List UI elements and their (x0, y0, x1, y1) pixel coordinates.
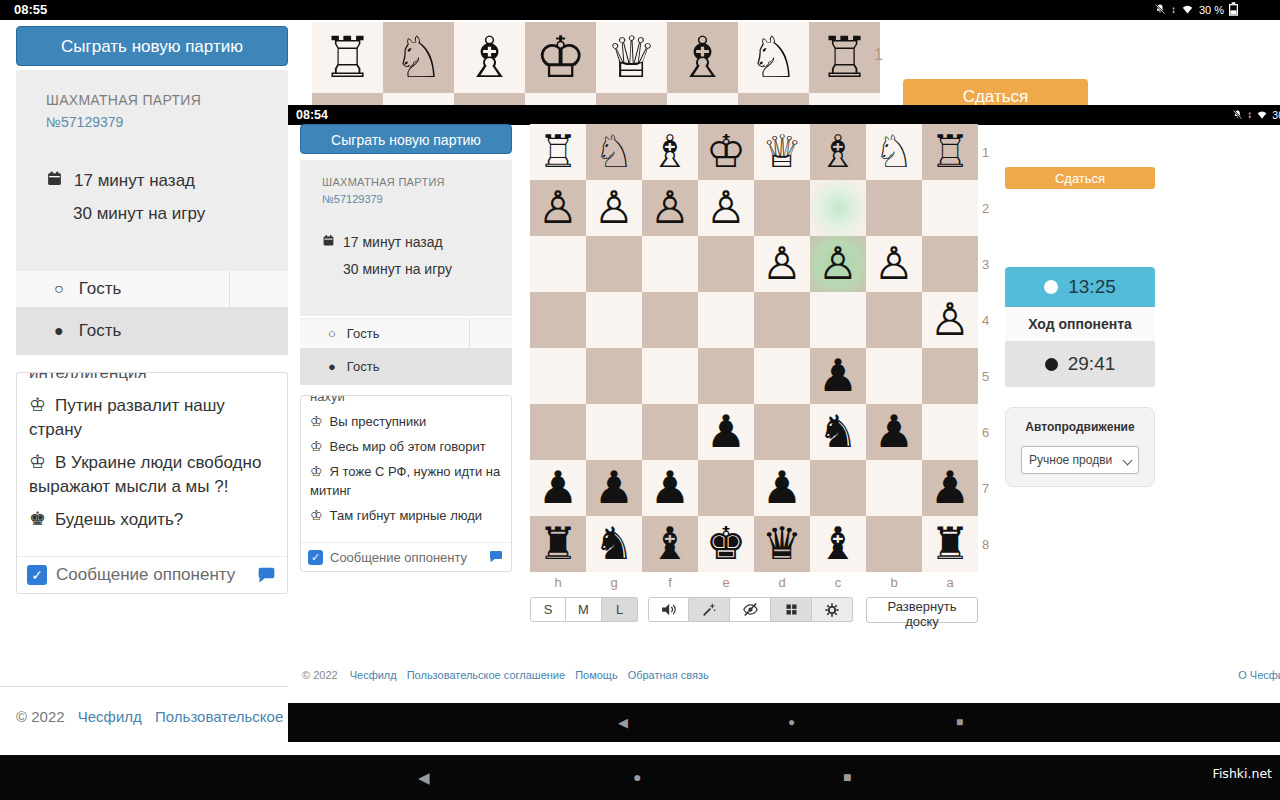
game-info-panel: ШАХМАТНАЯ ПАРТИЯ №57129379 17 минут наза… (16, 70, 288, 270)
piece-a4: ♙ (922, 292, 978, 348)
player-row-black: ● Гость (300, 348, 512, 385)
outer-sliver-square-h2[interactable] (312, 93, 383, 105)
piece-c6: ♞ (810, 404, 866, 460)
white-king-icon: ♔ (310, 413, 323, 429)
white-clock-active: 13:25 (1005, 267, 1155, 307)
square-g4[interactable] (586, 292, 642, 348)
piece-h8: ♜ (530, 516, 586, 572)
hide-eye-button[interactable] (730, 597, 771, 622)
square-h5[interactable] (530, 348, 586, 404)
square-a5[interactable] (922, 348, 978, 404)
chat-messages: нахуи♔Вы преступники♔Весь мир об этом го… (310, 396, 505, 525)
board-size-s-button[interactable]: S (530, 597, 566, 622)
nav-recents-icon[interactable]: ■ (956, 703, 963, 742)
white-clock-time: 13:25 (1068, 276, 1116, 298)
chat-bubble-icon[interactable] (256, 565, 277, 586)
white-king-icon: ♔ (29, 393, 46, 415)
rank-label-4: 4 (982, 292, 1000, 348)
outer-square-e1[interactable]: ♔ (525, 22, 596, 93)
chat-clipped-line: интеллигенция (29, 373, 277, 385)
piece-h2: ♙ (530, 180, 586, 236)
outer-board-rank1: ♖♘♗♔♕♗♘♖ (312, 22, 880, 93)
chat-message: ♔Там гибнут мирные люди (310, 506, 505, 525)
chat-message: ♔Путин развалит нашу страну (29, 392, 277, 442)
rank-label-6: 6 (982, 404, 1000, 460)
outer-square-g1[interactable]: ♘ (383, 22, 454, 93)
outer-piece-g1: ♘ (383, 22, 454, 93)
file-label-e: e (698, 575, 754, 591)
piece-a8: ♜ (922, 516, 978, 572)
chat-message-text: Будешь ходить? (55, 510, 183, 529)
piece-c3: ♙ (810, 236, 866, 292)
autopromote-panel: Автопродвижение Ручное продви (1005, 407, 1155, 487)
square-a4[interactable]: ♙ (922, 292, 978, 348)
file-label-c: c (810, 575, 866, 591)
rank-labels: 12345678 (982, 124, 1000, 572)
square-c7[interactable] (810, 460, 866, 516)
rank-label-5: 5 (982, 348, 1000, 404)
status-time: 08:54 (296, 105, 328, 125)
inner-android-nav: ◀ ● ■ (288, 703, 1280, 742)
square-g3[interactable] (586, 236, 642, 292)
square-c4[interactable] (810, 292, 866, 348)
rank-label-7: 7 (982, 460, 1000, 516)
chat-checkbox-label: Сообщение оппоненту (56, 565, 247, 585)
battery-percent: 30 % (1199, 4, 1224, 16)
piece-c5: ♟ (810, 348, 866, 404)
square-c8[interactable]: ♝ (810, 516, 866, 572)
player-name: Гость (79, 279, 122, 299)
square-b8[interactable] (866, 516, 922, 572)
outer-piece-b1: ♘ (738, 22, 809, 93)
inner-screenshot: 08:54 ↕ 30 Сыграть новую партию ШАХМАТНА… (288, 105, 1280, 742)
square-g2[interactable]: ♙ (586, 180, 642, 236)
autopromote-select[interactable]: Ручное продви (1021, 446, 1139, 474)
terms-link[interactable]: Пользовательское согла (155, 708, 287, 725)
square-e1[interactable]: ♔ (698, 124, 754, 180)
piece-g7: ♟ (586, 460, 642, 516)
square-b1[interactable]: ♘ (866, 124, 922, 180)
square-a3[interactable] (922, 236, 978, 292)
board-size-l-button[interactable]: L (602, 597, 638, 622)
piece-a7: ♟ (922, 460, 978, 516)
chess-board: ♖♘♗♔♕♗♘♖♙♙♙♙♙♙♙♙♟♟♞♟♟♟♟♟♟♜♞♝♚♛♝♜ (530, 124, 978, 572)
chat-message: ♔Я тоже С РФ, нужно идти на митинг (310, 462, 505, 500)
outer-square-h1[interactable]: ♖ (312, 22, 383, 93)
outer-piece-e1: ♔ (525, 22, 596, 93)
piece-h7: ♟ (530, 460, 586, 516)
nav-back-icon[interactable]: ◀ (618, 703, 628, 742)
rank-label-8: 8 (982, 516, 1000, 572)
brand-link[interactable]: Чесфилд (78, 708, 142, 725)
black-player-dot (1045, 358, 1058, 371)
outer-square-c1[interactable]: ♗ (667, 22, 738, 93)
black-clock-time: 29:41 (1068, 353, 1116, 375)
square-b4[interactable] (866, 292, 922, 348)
piece-g8: ♞ (586, 516, 642, 572)
square-a8[interactable]: ♜ (922, 516, 978, 572)
square-a6[interactable] (922, 404, 978, 460)
square-f6[interactable] (642, 404, 698, 460)
square-g7[interactable]: ♟ (586, 460, 642, 516)
square-c5[interactable]: ♟ (810, 348, 866, 404)
square-d6[interactable] (754, 404, 810, 460)
chevron-down-icon (1123, 455, 1133, 465)
file-label-d: d (754, 575, 810, 591)
square-e5[interactable] (698, 348, 754, 404)
outer-footer: © 2022 Чесфилд Пользовательское согла (16, 708, 287, 725)
game-number-link[interactable]: №57129379 (322, 193, 383, 205)
player-row-white: ○ Гость (300, 318, 512, 348)
file-label-h: h (530, 575, 586, 591)
inner-status-bar: 08:54 ↕ 30 (288, 105, 1280, 125)
player-row-black: ● Гость (16, 307, 288, 355)
resign-button[interactable]: Сдаться (1005, 167, 1155, 189)
piece-g2: ♙ (586, 180, 642, 236)
white-king-icon: ♔ (310, 438, 323, 454)
chat-clipped-line: нахуи (310, 396, 505, 406)
square-d2[interactable] (754, 180, 810, 236)
turn-indicator: Ход оппонента (1005, 307, 1155, 341)
wifi-icon (1256, 109, 1268, 122)
outer-sliver-square-a2[interactable] (809, 93, 880, 105)
chat-panel: нахуи♔Вы преступники♔Весь мир об этом го… (300, 395, 512, 572)
rank-label-1: 1 (982, 124, 1000, 180)
clocks-panel: 13:25 Ход оппонента 29:41 (1005, 267, 1155, 387)
game-label: ШАХМАТНАЯ ПАРТИЯ (46, 92, 201, 108)
square-f8[interactable]: ♝ (642, 516, 698, 572)
piece-b6: ♟ (866, 404, 922, 460)
about-link[interactable]: О Чесфи (1238, 669, 1280, 681)
outer-board-rank2-sliver (312, 93, 880, 105)
board-option-buttons (648, 597, 853, 622)
square-d8[interactable]: ♛ (754, 516, 810, 572)
outer-sliver-square-e2[interactable] (525, 93, 596, 105)
square-b7[interactable] (866, 460, 922, 516)
piece-d3: ♙ (754, 236, 810, 292)
chat-bubble-icon[interactable] (488, 549, 504, 565)
square-f3[interactable] (642, 236, 698, 292)
square-f2[interactable]: ♙ (642, 180, 698, 236)
outer-piece-f1: ♗ (454, 22, 525, 93)
wifi-icon (1181, 3, 1194, 17)
sound-button[interactable] (648, 597, 689, 622)
chat-message: ♔Вы преступники (310, 412, 505, 431)
network-arrows-icon: ↕ (1171, 5, 1176, 15)
chat-panel: интеллигенция♔Путин развалит нашу страну… (16, 372, 288, 594)
calendar-icon (322, 234, 335, 250)
file-label-a: a (922, 575, 978, 591)
autopromote-value: Ручное продви (1029, 453, 1112, 467)
piece-b1: ♘ (866, 124, 922, 180)
battery-percent: 30 (1272, 109, 1280, 121)
network-arrows-icon: ↕ (1247, 110, 1252, 120)
outer-rank-label: 1 (874, 46, 883, 64)
player-name: Гость (79, 321, 122, 341)
game-number-link[interactable]: №57129379 (46, 114, 123, 130)
nav-recents-icon[interactable]: ■ (843, 755, 851, 800)
footer-divider (0, 686, 288, 687)
piece-f8: ♝ (642, 516, 698, 572)
square-c1[interactable]: ♗ (810, 124, 866, 180)
player-name: Гость (347, 359, 380, 374)
square-f7[interactable]: ♟ (642, 460, 698, 516)
chat-send-row: ✓ Сообщение оппоненту (17, 556, 287, 593)
outer-square-d1[interactable]: ♕ (596, 22, 667, 93)
screenshot-root: 08:55 ↕ 30 % Сыграть новую партию ШАХМАТ… (0, 0, 1280, 800)
notifications-muted-icon (1154, 3, 1166, 17)
piece-f1: ♗ (642, 124, 698, 180)
magic-wand-button[interactable] (689, 597, 730, 622)
square-h2[interactable]: ♙ (530, 180, 586, 236)
piece-e6: ♟ (698, 404, 754, 460)
chat-message-text: Путин развалит нашу страну (29, 396, 225, 439)
board-size-m-button[interactable]: M (566, 597, 602, 622)
piece-c1: ♗ (810, 124, 866, 180)
chat-message-text: Весь мир об этом говорит (330, 439, 486, 454)
white-circle-icon: ○ (328, 326, 336, 341)
outer-piece-d1: ♕ (596, 22, 667, 93)
square-e8[interactable]: ♚ (698, 516, 754, 572)
black-circle-icon: ● (328, 359, 336, 374)
piece-d8: ♛ (754, 516, 810, 572)
square-d1[interactable]: ♕ (754, 124, 810, 180)
chat-message: ♔Весь мир об этом говорит (310, 437, 505, 456)
chat-message-text: Вы преступники (330, 414, 427, 429)
square-g6[interactable] (586, 404, 642, 460)
square-g8[interactable]: ♞ (586, 516, 642, 572)
nav-home-icon[interactable]: ● (633, 755, 641, 800)
copyright: © 2022 (302, 669, 338, 681)
white-player-dot (1044, 280, 1058, 294)
square-b2[interactable] (866, 180, 922, 236)
nav-home-icon[interactable]: ● (788, 703, 795, 742)
status-time: 08:55 (14, 0, 47, 20)
square-h6[interactable] (530, 404, 586, 460)
outer-sliver-square-f2[interactable] (454, 93, 525, 105)
black-clock: 29:41 (1005, 341, 1155, 387)
piece-h1: ♖ (530, 124, 586, 180)
square-a7[interactable]: ♟ (922, 460, 978, 516)
piece-c8: ♝ (810, 516, 866, 572)
piece-f2: ♙ (642, 180, 698, 236)
square-h1[interactable]: ♖ (530, 124, 586, 180)
inner-footer: © 2022 ЧесфилдПользовательское соглашени… (302, 669, 1280, 681)
square-d5[interactable] (754, 348, 810, 404)
square-a2[interactable] (922, 180, 978, 236)
outer-sliver-square-b2[interactable] (738, 93, 809, 105)
square-b3[interactable]: ♙ (866, 236, 922, 292)
square-h8[interactable]: ♜ (530, 516, 586, 572)
file-labels: hgfedcba (530, 575, 978, 591)
game-started-ago: 17 минут назад (74, 171, 195, 191)
chat-checkbox[interactable]: ✓ (308, 550, 323, 565)
outer-piece-a1: ♖ (809, 22, 880, 93)
autopromote-label: Автопродвижение (1006, 420, 1154, 434)
black-king-icon: ♚ (29, 507, 46, 529)
piece-e8: ♚ (698, 516, 754, 572)
square-c2[interactable] (810, 180, 866, 236)
outer-square-b1[interactable]: ♘ (738, 22, 809, 93)
piece-e1: ♔ (698, 124, 754, 180)
outer-square-a1[interactable]: ♖ (809, 22, 880, 93)
square-d7[interactable]: ♟ (754, 460, 810, 516)
new-game-button[interactable]: Сыграть новую партию (16, 26, 288, 66)
white-circle-icon: ○ (54, 280, 64, 298)
time-control: 30 минут на игру (73, 204, 205, 224)
square-h4[interactable] (530, 292, 586, 348)
piece-g1: ♘ (586, 124, 642, 180)
outer-android-nav: ◀ ● ■ (0, 755, 1280, 800)
watermark: Fishki.net (1213, 766, 1272, 781)
square-d4[interactable] (754, 292, 810, 348)
square-e4[interactable] (698, 292, 754, 348)
square-e2[interactable]: ♙ (698, 180, 754, 236)
outer-sliver-square-d2[interactable] (596, 93, 667, 105)
square-h7[interactable]: ♟ (530, 460, 586, 516)
square-f1[interactable]: ♗ (642, 124, 698, 180)
footer-link[interactable]: Пользовательское соглашение (407, 669, 565, 681)
square-a1[interactable]: ♖ (922, 124, 978, 180)
piece-f7: ♟ (642, 460, 698, 516)
brand-link[interactable]: Чесфилд (350, 669, 397, 681)
rank-label-3: 3 (982, 236, 1000, 292)
piece-d1: ♕ (754, 124, 810, 180)
square-d3[interactable]: ♙ (754, 236, 810, 292)
chat-message-text: В Украине люди свободно выражают мысли а… (29, 453, 261, 496)
white-king-icon: ♔ (310, 463, 323, 479)
board-size-buttons: SML (530, 597, 638, 622)
chat-message-text: Там гибнут мирные люди (330, 508, 483, 523)
outer-piece-h1: ♖ (312, 22, 383, 93)
square-g5[interactable] (586, 348, 642, 404)
outer-sliver-square-g2[interactable] (383, 93, 454, 105)
square-c3[interactable]: ♙ (810, 236, 866, 292)
file-label-g: g (586, 575, 642, 591)
battery-icon (1229, 2, 1238, 18)
outer-square-f1[interactable]: ♗ (454, 22, 525, 93)
chat-checkbox-label: Сообщение оппоненту (330, 550, 481, 565)
settings-gear-button[interactable] (812, 597, 853, 622)
chat-send-row: ✓ Сообщение оппоненту (301, 542, 511, 571)
square-f5[interactable] (642, 348, 698, 404)
grid-view-button[interactable] (771, 597, 812, 622)
time-control: 30 минут на игру (343, 261, 452, 277)
square-g1[interactable]: ♘ (586, 124, 642, 180)
black-circle-icon: ● (54, 322, 64, 340)
file-label-b: b (866, 575, 922, 591)
player-row-white: ○ Гость (16, 270, 288, 307)
calendar-icon (46, 170, 63, 192)
square-f4[interactable] (642, 292, 698, 348)
outer-piece-c1: ♗ (667, 22, 738, 93)
square-b5[interactable] (866, 348, 922, 404)
piece-b3: ♙ (866, 236, 922, 292)
footer-link[interactable]: Помощь (575, 669, 618, 681)
player-name: Гость (347, 326, 380, 341)
game-label: ШАХМАТНАЯ ПАРТИЯ (322, 176, 445, 188)
game-info-panel: ШАХМАТНАЯ ПАРТИЯ №57129379 17 минут наза… (300, 160, 512, 316)
footer-link[interactable]: Обратная связь (628, 669, 709, 681)
new-game-button[interactable]: Сыграть новую партию (300, 124, 512, 154)
nav-back-icon[interactable]: ◀ (418, 755, 430, 800)
square-b6[interactable]: ♟ (866, 404, 922, 460)
piece-d7: ♟ (754, 460, 810, 516)
outer-sliver-square-c2[interactable] (667, 93, 738, 105)
copyright: © 2022 (16, 708, 65, 725)
rank-label-2: 2 (982, 180, 1000, 236)
outer-status-bar: 08:55 ↕ 30 % (0, 0, 1280, 20)
flip-board-button[interactable]: Развернуть доску (866, 597, 978, 623)
white-king-icon: ♔ (310, 507, 323, 523)
notifications-muted-icon (1232, 109, 1243, 122)
square-h3[interactable] (530, 236, 586, 292)
game-started-ago: 17 минут назад (343, 234, 443, 250)
square-e6[interactable]: ♟ (698, 404, 754, 460)
chat-message: ♔В Украине люди свободно выражают мысли … (29, 449, 277, 499)
square-e7[interactable] (698, 460, 754, 516)
square-c6[interactable]: ♞ (810, 404, 866, 460)
square-e3[interactable] (698, 236, 754, 292)
chat-messages: интеллигенция♔Путин развалит нашу страну… (29, 373, 277, 532)
white-king-icon: ♔ (29, 450, 46, 472)
chat-message: ♚Будешь ходить? (29, 506, 277, 532)
chat-message-text: Я тоже С РФ, нужно идти на митинг (310, 464, 500, 498)
chat-checkbox[interactable]: ✓ (27, 565, 47, 585)
piece-a1: ♖ (922, 124, 978, 180)
file-label-f: f (642, 575, 698, 591)
piece-e2: ♙ (698, 180, 754, 236)
